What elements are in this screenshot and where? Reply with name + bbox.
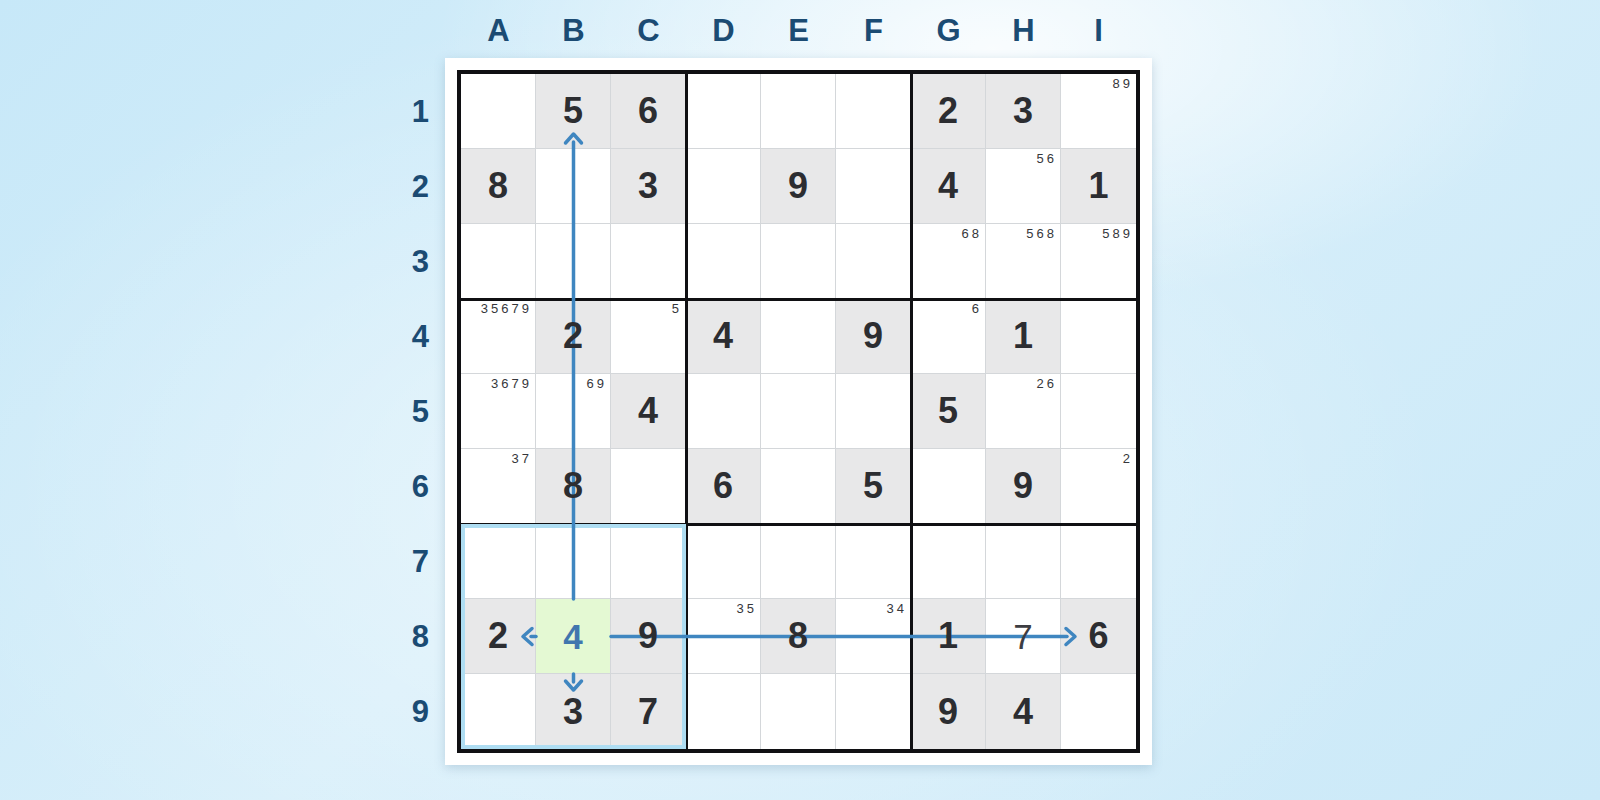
cell-value: 9: [638, 618, 658, 654]
pencil-marks: 37: [512, 452, 532, 466]
cell-E6[interactable]: [761, 449, 836, 524]
cell-F6[interactable]: 5: [836, 449, 911, 524]
box-line-vertical: [685, 74, 688, 749]
cell-G4[interactable]: 6: [911, 299, 986, 374]
cell-D1[interactable]: [686, 74, 761, 149]
column-labels: ABCDEFGHI: [461, 12, 1136, 50]
sudoku-board: 5623898394561685685893567925496136796945…: [457, 70, 1140, 753]
row-label-8: 8: [381, 599, 429, 674]
row-label-9: 9: [381, 674, 429, 749]
pencil-marks: 35679: [481, 302, 532, 316]
cell-A7[interactable]: [461, 524, 536, 599]
cell-B7[interactable]: [536, 524, 611, 599]
pencil-marks: 589: [1102, 227, 1133, 241]
cell-value: 4: [563, 619, 582, 654]
cell-value: 1: [1013, 318, 1033, 354]
cell-E1[interactable]: [761, 74, 836, 149]
cell-I3[interactable]: 589: [1061, 224, 1136, 299]
cell-D9[interactable]: [686, 674, 761, 749]
cell-value: 9: [938, 694, 958, 730]
column-label-I: I: [1061, 12, 1136, 50]
cell-value: 3: [1013, 93, 1033, 129]
cell-C5[interactable]: 4: [611, 374, 686, 449]
cell-value: 7: [638, 694, 658, 730]
cell-A4[interactable]: 35679: [461, 299, 536, 374]
pencil-marks: 89: [1113, 77, 1133, 91]
cell-H6[interactable]: 9: [986, 449, 1061, 524]
cell-F3[interactable]: [836, 224, 911, 299]
cell-B6[interactable]: 8: [536, 449, 611, 524]
cell-B2[interactable]: [536, 149, 611, 224]
cell-value: 8: [788, 618, 808, 654]
cell-H2[interactable]: 56: [986, 149, 1061, 224]
cell-value: 4: [713, 318, 733, 354]
cell-F1[interactable]: [836, 74, 911, 149]
cell-I8[interactable]: 6: [1061, 599, 1136, 674]
cell-value: 5: [863, 468, 883, 504]
row-label-4: 4: [381, 299, 429, 374]
pencil-marks: 34: [887, 602, 907, 616]
board-panel: 5623898394561685685893567925496136796945…: [445, 58, 1152, 765]
cell-A6[interactable]: 37: [461, 449, 536, 524]
row-label-1: 1: [381, 74, 429, 149]
pencil-marks: 568: [1026, 227, 1057, 241]
cell-E4[interactable]: [761, 299, 836, 374]
cell-H3[interactable]: 568: [986, 224, 1061, 299]
column-label-E: E: [761, 12, 836, 50]
cell-D4[interactable]: 4: [686, 299, 761, 374]
cell-value: 9: [863, 318, 883, 354]
cell-I4[interactable]: [1061, 299, 1136, 374]
pencil-marks: 3679: [491, 377, 532, 391]
cell-B8[interactable]: 4: [536, 599, 611, 674]
cell-value: 2: [938, 93, 958, 129]
cell-E8[interactable]: 8: [761, 599, 836, 674]
cell-value: 6: [713, 468, 733, 504]
cell-A1[interactable]: [461, 74, 536, 149]
cell-C6[interactable]: [611, 449, 686, 524]
cell-G5[interactable]: 5: [911, 374, 986, 449]
row-labels: 123456789: [381, 74, 429, 749]
cell-A3[interactable]: [461, 224, 536, 299]
cell-G8[interactable]: 1: [911, 599, 986, 674]
box-line-horizontal: [461, 298, 1136, 301]
row-label-2: 2: [381, 149, 429, 224]
cell-value: 6: [638, 93, 658, 129]
pencil-marks: 69: [587, 377, 607, 391]
row-label-7: 7: [381, 524, 429, 599]
cell-I1[interactable]: 89: [1061, 74, 1136, 149]
pencil-marks: 68: [962, 227, 982, 241]
cell-D5[interactable]: [686, 374, 761, 449]
cell-H4[interactable]: 1: [986, 299, 1061, 374]
cell-E2[interactable]: 9: [761, 149, 836, 224]
cell-E7[interactable]: [761, 524, 836, 599]
box-line-horizontal: [461, 523, 1136, 526]
cell-E5[interactable]: [761, 374, 836, 449]
cell-I2[interactable]: 1: [1061, 149, 1136, 224]
cell-value: 5: [563, 93, 583, 129]
cell-value: 8: [563, 468, 583, 504]
cell-F7[interactable]: [836, 524, 911, 599]
cell-H9[interactable]: 4: [986, 674, 1061, 749]
row-label-3: 3: [381, 224, 429, 299]
column-label-C: C: [611, 12, 686, 50]
column-label-A: A: [461, 12, 536, 50]
cell-value: 8: [488, 168, 508, 204]
cell-C3[interactable]: [611, 224, 686, 299]
cell-F5[interactable]: [836, 374, 911, 449]
cell-A5[interactable]: 3679: [461, 374, 536, 449]
cell-C1[interactable]: 6: [611, 74, 686, 149]
cell-I7[interactable]: [1061, 524, 1136, 599]
cell-I5[interactable]: [1061, 374, 1136, 449]
cell-D7[interactable]: [686, 524, 761, 599]
column-label-D: D: [686, 12, 761, 50]
cell-F8[interactable]: 34: [836, 599, 911, 674]
cell-E9[interactable]: [761, 674, 836, 749]
cell-C7[interactable]: [611, 524, 686, 599]
row-label-5: 5: [381, 374, 429, 449]
cell-G1[interactable]: 2: [911, 74, 986, 149]
pencil-marks: 56: [1037, 152, 1057, 166]
cell-F4[interactable]: 9: [836, 299, 911, 374]
cell-value: 4: [638, 393, 658, 429]
cell-D6[interactable]: 6: [686, 449, 761, 524]
cell-A9[interactable]: [461, 674, 536, 749]
column-label-F: F: [836, 12, 911, 50]
pencil-marks: 2: [1123, 452, 1133, 466]
cell-F2[interactable]: [836, 149, 911, 224]
cell-B4[interactable]: 2: [536, 299, 611, 374]
pencil-marks: 6: [972, 302, 982, 316]
cell-E3[interactable]: [761, 224, 836, 299]
cell-B3[interactable]: [536, 224, 611, 299]
cell-G9[interactable]: 9: [911, 674, 986, 749]
cell-B1[interactable]: 5: [536, 74, 611, 149]
cell-G7[interactable]: [911, 524, 986, 599]
cell-value: 1: [938, 618, 958, 654]
cell-value: 2: [488, 618, 508, 654]
cell-D2[interactable]: [686, 149, 761, 224]
pencil-marks: 26: [1037, 377, 1057, 391]
app-background: ABCDEFGHI 123456789 56238983945616856858…: [0, 0, 1600, 800]
cell-G6[interactable]: [911, 449, 986, 524]
cell-H1[interactable]: 3: [986, 74, 1061, 149]
cell-C4[interactable]: 5: [611, 299, 686, 374]
column-label-H: H: [986, 12, 1061, 50]
cell-value: 7: [1013, 619, 1032, 654]
cell-value: 9: [788, 168, 808, 204]
cell-D8[interactable]: 35: [686, 599, 761, 674]
cell-A2[interactable]: 8: [461, 149, 536, 224]
cell-value: 1: [1088, 168, 1108, 204]
cell-H5[interactable]: 26: [986, 374, 1061, 449]
cell-value: 3: [563, 694, 583, 730]
cell-value: 6: [1088, 618, 1108, 654]
cell-C9[interactable]: 7: [611, 674, 686, 749]
cell-I9[interactable]: [1061, 674, 1136, 749]
box-line-vertical: [910, 74, 913, 749]
cell-H8[interactable]: 7: [986, 599, 1061, 674]
cell-C8[interactable]: 9: [611, 599, 686, 674]
cell-value: 4: [1013, 694, 1033, 730]
cell-value: 9: [1013, 468, 1033, 504]
cell-B9[interactable]: 3: [536, 674, 611, 749]
pencil-marks: 5: [672, 302, 682, 316]
column-label-B: B: [536, 12, 611, 50]
cell-value: 3: [638, 168, 658, 204]
column-label-G: G: [911, 12, 986, 50]
cell-C2[interactable]: 3: [611, 149, 686, 224]
cell-F9[interactable]: [836, 674, 911, 749]
pencil-marks: 35: [737, 602, 757, 616]
row-label-6: 6: [381, 449, 429, 524]
cell-G3[interactable]: 68: [911, 224, 986, 299]
cell-D3[interactable]: [686, 224, 761, 299]
cell-value: 2: [563, 318, 583, 354]
cell-value: 5: [938, 393, 958, 429]
cell-G2[interactable]: 4: [911, 149, 986, 224]
cell-H7[interactable]: [986, 524, 1061, 599]
cell-B5[interactable]: 69: [536, 374, 611, 449]
cell-A8[interactable]: 2: [461, 599, 536, 674]
cell-value: 4: [938, 168, 958, 204]
cell-I6[interactable]: 2: [1061, 449, 1136, 524]
